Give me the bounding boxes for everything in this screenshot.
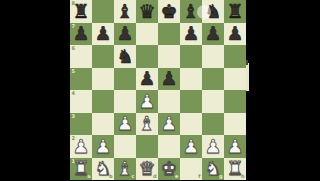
square-a1[interactable]: 1a♜ — [70, 158, 92, 181]
square-f1[interactable]: f — [180, 158, 202, 181]
square-f4[interactable] — [180, 90, 202, 113]
piece-black-queen[interactable]: ♛ — [136, 0, 158, 23]
square-g2[interactable]: ♟ — [202, 135, 224, 158]
square-a8[interactable]: 8♜ — [70, 0, 92, 23]
square-b6[interactable] — [92, 45, 114, 68]
square-d2[interactable] — [136, 135, 158, 158]
piece-white-bishop[interactable]: ♝ — [136, 113, 158, 136]
piece-white-knight[interactable]: ♞ — [202, 158, 224, 181]
square-a7[interactable]: 7♟ — [70, 23, 92, 46]
square-d1[interactable]: d♛ — [136, 158, 158, 181]
square-f7[interactable]: ♟ — [180, 23, 202, 46]
square-f6[interactable] — [180, 45, 202, 68]
chess-app-frame: 8♜♝♛♚♝♞♜7♟♟♟♟♟♟6♞5♟♟4♟3♟♝♟2♟♟♟♟♟1a♜b♞c♝d… — [0, 0, 320, 180]
square-c6[interactable]: ♞ — [114, 45, 136, 68]
square-f2[interactable]: ♟ — [180, 135, 202, 158]
piece-white-bishop[interactable]: ♝ — [114, 158, 136, 181]
rank-label-3: 3 — [72, 114, 75, 119]
square-g6[interactable] — [202, 45, 224, 68]
square-a3[interactable]: 3 — [70, 113, 92, 136]
square-d6[interactable] — [136, 45, 158, 68]
square-e1[interactable]: e♚ — [158, 158, 180, 181]
square-e7[interactable] — [158, 23, 180, 46]
piece-white-pawn[interactable]: ♟ — [224, 135, 246, 158]
piece-black-pawn[interactable]: ♟ — [136, 68, 158, 91]
square-b5[interactable] — [92, 68, 114, 91]
square-c2[interactable] — [114, 135, 136, 158]
square-a5[interactable]: 5 — [70, 68, 92, 91]
square-c3[interactable]: ♟ — [114, 113, 136, 136]
piece-white-pawn[interactable]: ♟ — [114, 113, 136, 136]
rank-label-5: 5 — [72, 69, 75, 74]
piece-white-pawn[interactable]: ♟ — [70, 135, 92, 158]
square-f3[interactable] — [180, 113, 202, 136]
square-b7[interactable]: ♟ — [92, 23, 114, 46]
square-b8[interactable] — [92, 0, 114, 23]
rank-label-4: 4 — [72, 91, 75, 96]
piece-black-pawn[interactable]: ♟ — [92, 23, 114, 46]
piece-black-pawn[interactable]: ♟ — [158, 68, 180, 91]
piece-white-rook[interactable]: ♜ — [70, 158, 92, 181]
letterbox-left — [0, 0, 70, 180]
square-d4[interactable]: ♟ — [136, 90, 158, 113]
square-h7[interactable]: ♟ — [224, 23, 246, 46]
piece-black-knight[interactable]: ♞ — [114, 45, 136, 68]
square-h4[interactable] — [224, 90, 246, 113]
square-e6[interactable] — [158, 45, 180, 68]
square-g4[interactable] — [202, 90, 224, 113]
square-g3[interactable] — [202, 113, 224, 136]
rank-label-6: 6 — [72, 46, 75, 51]
square-b2[interactable]: ♟ — [92, 135, 114, 158]
square-c5[interactable] — [114, 68, 136, 91]
square-a6[interactable]: 6 — [70, 45, 92, 68]
square-b4[interactable] — [92, 90, 114, 113]
square-b3[interactable] — [92, 113, 114, 136]
square-g7[interactable]: ♟ — [202, 23, 224, 46]
square-e5[interactable]: ♟ — [158, 68, 180, 91]
piece-black-bishop[interactable]: ♝ — [114, 0, 136, 23]
piece-black-rook[interactable]: ♜ — [224, 0, 246, 23]
piece-black-rook[interactable]: ♜ — [70, 0, 92, 23]
piece-black-pawn[interactable]: ♟ — [202, 23, 224, 46]
letterbox-right — [246, 0, 320, 180]
square-d5[interactable]: ♟ — [136, 68, 158, 91]
move-hint-circle — [197, 5, 211, 19]
square-a4[interactable]: 4 — [70, 90, 92, 113]
square-e8[interactable]: ♚ — [158, 0, 180, 23]
piece-black-pawn[interactable]: ♟ — [224, 23, 246, 46]
square-b1[interactable]: b♞ — [92, 158, 114, 181]
square-g5[interactable] — [202, 68, 224, 91]
piece-white-pawn[interactable]: ♟ — [158, 113, 180, 136]
square-g1[interactable]: g♞ — [202, 158, 224, 181]
ui-artifact-sliver — [246, 63, 249, 91]
square-c1[interactable]: c♝ — [114, 158, 136, 181]
square-c4[interactable] — [114, 90, 136, 113]
square-d7[interactable] — [136, 23, 158, 46]
square-h6[interactable] — [224, 45, 246, 68]
square-f5[interactable] — [180, 68, 202, 91]
square-h1[interactable]: h♜ — [224, 158, 246, 181]
piece-black-pawn[interactable]: ♟ — [114, 23, 136, 46]
piece-black-pawn[interactable]: ♟ — [180, 23, 202, 46]
piece-white-pawn[interactable]: ♟ — [136, 90, 158, 113]
piece-white-pawn[interactable]: ♟ — [202, 135, 224, 158]
piece-black-king[interactable]: ♚ — [158, 0, 180, 23]
piece-white-queen[interactable]: ♛ — [136, 158, 158, 181]
ui-artifact-notch — [246, 60, 248, 65]
piece-white-knight[interactable]: ♞ — [92, 158, 114, 181]
square-c7[interactable]: ♟ — [114, 23, 136, 46]
square-h2[interactable]: ♟ — [224, 135, 246, 158]
chess-board[interactable]: 8♜♝♛♚♝♞♜7♟♟♟♟♟♟6♞5♟♟4♟3♟♝♟2♟♟♟♟♟1a♜b♞c♝d… — [70, 0, 246, 180]
square-d3[interactable]: ♝ — [136, 113, 158, 136]
square-c8[interactable]: ♝ — [114, 0, 136, 23]
piece-black-pawn[interactable]: ♟ — [70, 23, 92, 46]
square-e3[interactable]: ♟ — [158, 113, 180, 136]
square-h8[interactable]: ♜ — [224, 0, 246, 23]
square-a2[interactable]: 2♟ — [70, 135, 92, 158]
piece-white-pawn[interactable]: ♟ — [92, 135, 114, 158]
square-h3[interactable] — [224, 113, 246, 136]
square-e2[interactable] — [158, 135, 180, 158]
square-h5[interactable] — [224, 68, 246, 91]
piece-white-pawn[interactable]: ♟ — [180, 135, 202, 158]
piece-white-king[interactable]: ♚ — [158, 158, 180, 181]
piece-white-rook[interactable]: ♜ — [224, 158, 246, 181]
square-d8[interactable]: ♛ — [136, 0, 158, 23]
square-e4[interactable] — [158, 90, 180, 113]
file-label-f: f — [198, 174, 200, 179]
